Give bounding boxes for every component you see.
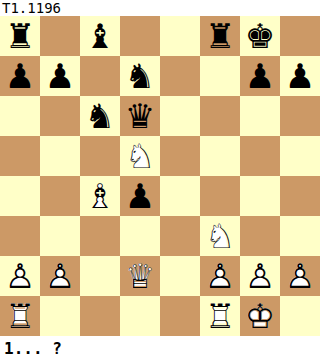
square-b8[interactable]: [40, 16, 80, 56]
square-g6[interactable]: [240, 96, 280, 136]
square-g2[interactable]: ♟♙: [240, 256, 280, 296]
black-rook: ♜: [0, 16, 40, 56]
square-f7[interactable]: [200, 56, 240, 96]
footer: 1... ?: [0, 336, 320, 360]
black-knight: ♞: [120, 56, 160, 96]
white-bishop: ♝♗: [80, 176, 120, 216]
square-d5[interactable]: ♞♘: [120, 136, 160, 176]
tactics-trainer-screen: T1.1196 ♜♝♜♚♟♟♞♟♟♞♛♞♘♝♗♟♞♘♟♙♟♙♛♕♟♙♟♙♟♙♜♖…: [0, 0, 320, 360]
square-e1[interactable]: [160, 296, 200, 336]
square-d6[interactable]: ♛: [120, 96, 160, 136]
square-g7[interactable]: ♟: [240, 56, 280, 96]
square-d8[interactable]: [120, 16, 160, 56]
square-b4[interactable]: [40, 176, 80, 216]
square-e6[interactable]: [160, 96, 200, 136]
square-a7[interactable]: ♟: [0, 56, 40, 96]
square-h5[interactable]: [280, 136, 320, 176]
square-h7[interactable]: ♟: [280, 56, 320, 96]
square-b5[interactable]: [40, 136, 80, 176]
square-a4[interactable]: [0, 176, 40, 216]
white-knight: ♞♘: [120, 136, 160, 176]
black-queen: ♛: [120, 96, 160, 136]
square-e7[interactable]: [160, 56, 200, 96]
black-pawn: ♟: [120, 176, 160, 216]
square-a2[interactable]: ♟♙: [0, 256, 40, 296]
black-pawn: ♟: [240, 56, 280, 96]
square-a8[interactable]: ♜: [0, 16, 40, 56]
black-knight: ♞: [80, 96, 120, 136]
square-c7[interactable]: [80, 56, 120, 96]
square-f3[interactable]: ♞♘: [200, 216, 240, 256]
square-h6[interactable]: [280, 96, 320, 136]
chess-board[interactable]: ♜♝♜♚♟♟♞♟♟♞♛♞♘♝♗♟♞♘♟♙♟♙♛♕♟♙♟♙♟♙♜♖♜♖♚♔: [0, 16, 320, 336]
square-e2[interactable]: [160, 256, 200, 296]
white-king: ♚♔: [240, 296, 280, 336]
square-c1[interactable]: [80, 296, 120, 336]
square-e4[interactable]: [160, 176, 200, 216]
white-pawn: ♟♙: [240, 256, 280, 296]
square-e5[interactable]: [160, 136, 200, 176]
square-c5[interactable]: [80, 136, 120, 176]
move-prompt: 1... ?: [0, 339, 62, 358]
square-f6[interactable]: [200, 96, 240, 136]
square-a6[interactable]: [0, 96, 40, 136]
square-f2[interactable]: ♟♙: [200, 256, 240, 296]
square-h2[interactable]: ♟♙: [280, 256, 320, 296]
square-g8[interactable]: ♚: [240, 16, 280, 56]
square-g1[interactable]: ♚♔: [240, 296, 280, 336]
square-d4[interactable]: ♟: [120, 176, 160, 216]
white-pawn: ♟♙: [0, 256, 40, 296]
square-f4[interactable]: [200, 176, 240, 216]
white-queen: ♛♕: [120, 256, 160, 296]
square-b1[interactable]: [40, 296, 80, 336]
square-d1[interactable]: [120, 296, 160, 336]
square-e8[interactable]: [160, 16, 200, 56]
square-c6[interactable]: ♞: [80, 96, 120, 136]
square-d7[interactable]: ♞: [120, 56, 160, 96]
square-f8[interactable]: ♜: [200, 16, 240, 56]
square-h3[interactable]: [280, 216, 320, 256]
square-e3[interactable]: [160, 216, 200, 256]
square-b7[interactable]: ♟: [40, 56, 80, 96]
square-a1[interactable]: ♜♖: [0, 296, 40, 336]
square-c3[interactable]: [80, 216, 120, 256]
black-rook: ♜: [200, 16, 240, 56]
square-d3[interactable]: [120, 216, 160, 256]
square-d2[interactable]: ♛♕: [120, 256, 160, 296]
black-bishop: ♝: [80, 16, 120, 56]
square-c4[interactable]: ♝♗: [80, 176, 120, 216]
square-h8[interactable]: [280, 16, 320, 56]
white-rook: ♜♖: [200, 296, 240, 336]
square-a5[interactable]: [0, 136, 40, 176]
square-h4[interactable]: [280, 176, 320, 216]
square-f1[interactable]: ♜♖: [200, 296, 240, 336]
square-g4[interactable]: [240, 176, 280, 216]
title-bar: T1.1196: [0, 0, 320, 16]
white-pawn: ♟♙: [280, 256, 320, 296]
square-g3[interactable]: [240, 216, 280, 256]
white-knight: ♞♘: [200, 216, 240, 256]
square-c8[interactable]: ♝: [80, 16, 120, 56]
white-pawn: ♟♙: [40, 256, 80, 296]
black-pawn: ♟: [280, 56, 320, 96]
square-h1[interactable]: [280, 296, 320, 336]
white-rook: ♜♖: [0, 296, 40, 336]
square-b6[interactable]: [40, 96, 80, 136]
square-f5[interactable]: [200, 136, 240, 176]
black-pawn: ♟: [0, 56, 40, 96]
square-c2[interactable]: [80, 256, 120, 296]
square-b3[interactable]: [40, 216, 80, 256]
black-pawn: ♟: [40, 56, 80, 96]
square-b2[interactable]: ♟♙: [40, 256, 80, 296]
square-a3[interactable]: [0, 216, 40, 256]
square-g5[interactable]: [240, 136, 280, 176]
puzzle-id: T1.1196: [0, 0, 61, 16]
black-king: ♚: [240, 16, 280, 56]
white-pawn: ♟♙: [200, 256, 240, 296]
